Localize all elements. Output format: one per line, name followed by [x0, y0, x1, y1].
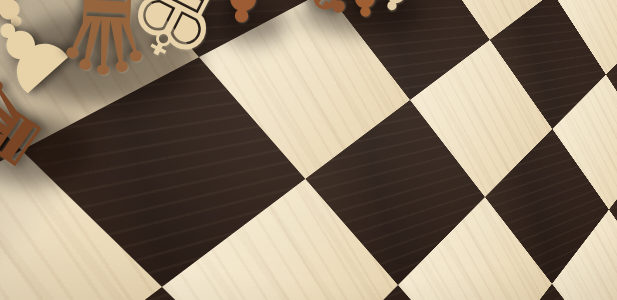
chessboard-photo: ♟♟♛♚♟♝♟♟♛ [0, 0, 617, 300]
fallen-pieces-layer: ♟♟♛♚♟♝♟♟♛ [0, 0, 617, 300]
fallen-brown-pawn: ♟ [202, 0, 284, 35]
